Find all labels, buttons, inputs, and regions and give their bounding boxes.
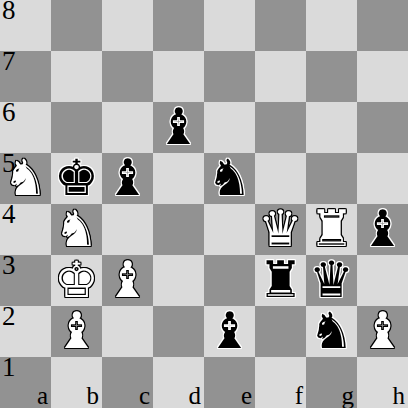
- square-c5[interactable]: ♝: [102, 153, 153, 204]
- square-c3[interactable]: ♝: [102, 255, 153, 306]
- file-label-g: g: [342, 383, 355, 408]
- square-d1[interactable]: d: [153, 357, 204, 408]
- white-knight-piece[interactable]: ♞: [3, 153, 48, 204]
- square-b4[interactable]: ♞: [51, 204, 102, 255]
- square-e6[interactable]: [204, 102, 255, 153]
- square-c8[interactable]: [102, 0, 153, 51]
- file-label-f: f: [295, 383, 303, 408]
- square-f8[interactable]: [255, 0, 306, 51]
- rank-label-1: 1: [2, 354, 16, 381]
- square-e4[interactable]: [204, 204, 255, 255]
- square-g6[interactable]: [306, 102, 357, 153]
- black-knight-piece[interactable]: ♞: [207, 153, 252, 204]
- square-g1[interactable]: g: [306, 357, 357, 408]
- square-c7[interactable]: [102, 51, 153, 102]
- black-king-piece[interactable]: ♚: [54, 153, 99, 204]
- square-f4[interactable]: ♛: [255, 204, 306, 255]
- square-c4[interactable]: [102, 204, 153, 255]
- white-queen-piece[interactable]: ♛: [258, 204, 303, 255]
- black-knight-piece[interactable]: ♞: [309, 306, 354, 357]
- square-g7[interactable]: [306, 51, 357, 102]
- square-e1[interactable]: e: [204, 357, 255, 408]
- square-e7[interactable]: [204, 51, 255, 102]
- square-h1[interactable]: h: [357, 357, 408, 408]
- black-bishop-piece[interactable]: ♝: [105, 153, 150, 204]
- white-knight-piece[interactable]: ♞: [54, 204, 99, 255]
- square-a7[interactable]: 7: [0, 51, 51, 102]
- square-h8[interactable]: [357, 0, 408, 51]
- rank-label-7: 7: [2, 48, 16, 75]
- rank-label-6: 6: [2, 99, 16, 126]
- square-d6[interactable]: ♝: [153, 102, 204, 153]
- square-e8[interactable]: [204, 0, 255, 51]
- square-d3[interactable]: [153, 255, 204, 306]
- black-rook-piece[interactable]: ♜: [258, 255, 303, 306]
- black-queen-piece[interactable]: ♛: [309, 255, 354, 306]
- square-e3[interactable]: [204, 255, 255, 306]
- square-f2[interactable]: [255, 306, 306, 357]
- square-g3[interactable]: ♛: [306, 255, 357, 306]
- square-a8[interactable]: 8: [0, 0, 51, 51]
- square-d8[interactable]: [153, 0, 204, 51]
- file-label-a: a: [37, 383, 48, 408]
- square-e5[interactable]: ♞: [204, 153, 255, 204]
- rank-label-8: 8: [2, 0, 16, 24]
- square-d2[interactable]: [153, 306, 204, 357]
- square-h6[interactable]: [357, 102, 408, 153]
- square-h3[interactable]: [357, 255, 408, 306]
- square-a1[interactable]: 1a: [0, 357, 51, 408]
- square-d4[interactable]: [153, 204, 204, 255]
- square-b5[interactable]: ♚: [51, 153, 102, 204]
- file-label-e: e: [241, 383, 252, 408]
- square-d7[interactable]: [153, 51, 204, 102]
- file-label-c: c: [139, 383, 150, 408]
- square-g5[interactable]: [306, 153, 357, 204]
- file-label-b: b: [87, 383, 100, 408]
- black-bishop-piece[interactable]: ♝: [360, 204, 405, 255]
- square-g2[interactable]: ♞: [306, 306, 357, 357]
- white-rook-piece[interactable]: ♜: [309, 204, 354, 255]
- square-h7[interactable]: [357, 51, 408, 102]
- white-bishop-piece[interactable]: ♝: [54, 306, 99, 357]
- square-a2[interactable]: 2: [0, 306, 51, 357]
- square-a6[interactable]: 6: [0, 102, 51, 153]
- square-d5[interactable]: [153, 153, 204, 204]
- white-bishop-piece[interactable]: ♝: [105, 255, 150, 306]
- square-c6[interactable]: [102, 102, 153, 153]
- square-a5[interactable]: 5♞: [0, 153, 51, 204]
- square-c2[interactable]: [102, 306, 153, 357]
- square-b8[interactable]: [51, 0, 102, 51]
- rank-label-2: 2: [2, 303, 16, 330]
- square-b2[interactable]: ♝: [51, 306, 102, 357]
- square-f3[interactable]: ♜: [255, 255, 306, 306]
- square-e2[interactable]: ♝: [204, 306, 255, 357]
- rank-label-3: 3: [2, 252, 16, 279]
- square-b3[interactable]: ♚: [51, 255, 102, 306]
- black-bishop-piece[interactable]: ♝: [156, 102, 201, 153]
- white-bishop-piece[interactable]: ♝: [360, 306, 405, 357]
- file-label-h: h: [393, 383, 406, 408]
- square-f6[interactable]: [255, 102, 306, 153]
- square-b1[interactable]: b: [51, 357, 102, 408]
- file-label-d: d: [189, 383, 202, 408]
- square-b6[interactable]: [51, 102, 102, 153]
- chess-board: 876♝5♞♚♝♞4♞♛♜♝3♚♝♜♛2♝♝♞♝1abcdefgh: [0, 0, 408, 408]
- square-g8[interactable]: [306, 0, 357, 51]
- square-c1[interactable]: c: [102, 357, 153, 408]
- square-a4[interactable]: 4: [0, 204, 51, 255]
- square-b7[interactable]: [51, 51, 102, 102]
- square-h5[interactable]: [357, 153, 408, 204]
- square-a3[interactable]: 3: [0, 255, 51, 306]
- square-h4[interactable]: ♝: [357, 204, 408, 255]
- square-f7[interactable]: [255, 51, 306, 102]
- square-h2[interactable]: ♝: [357, 306, 408, 357]
- black-bishop-piece[interactable]: ♝: [207, 306, 252, 357]
- square-g4[interactable]: ♜: [306, 204, 357, 255]
- square-f5[interactable]: [255, 153, 306, 204]
- square-f1[interactable]: f: [255, 357, 306, 408]
- white-king-piece[interactable]: ♚: [54, 255, 99, 306]
